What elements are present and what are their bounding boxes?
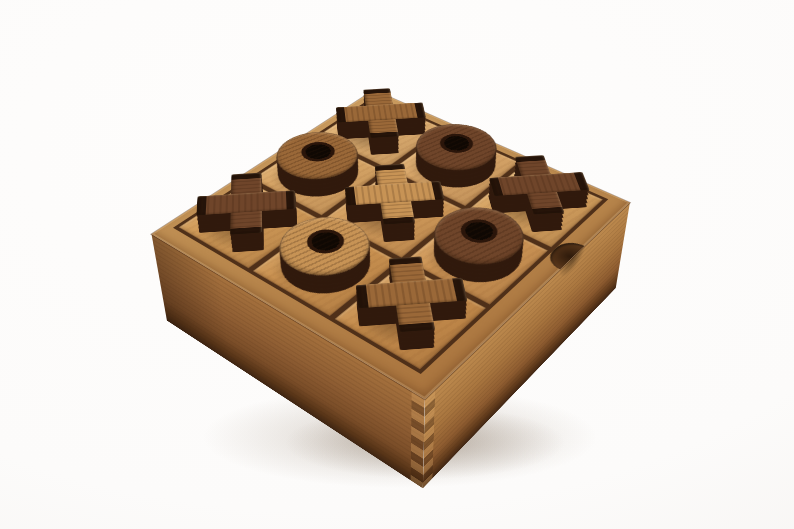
x-bar [489, 172, 589, 196]
x-bar [345, 181, 444, 206]
scene [0, 0, 794, 529]
x-cross-top-face [353, 253, 473, 334]
x-cross-top-face [343, 161, 449, 226]
product-photo [0, 0, 794, 529]
x-cross-top-face [483, 153, 597, 217]
x-bar [336, 102, 426, 122]
x-cross-top-face [334, 86, 430, 139]
x-cross-top-face [195, 170, 297, 236]
x-bar [196, 190, 296, 215]
game-board [151, 90, 629, 399]
x-bar [356, 277, 467, 308]
